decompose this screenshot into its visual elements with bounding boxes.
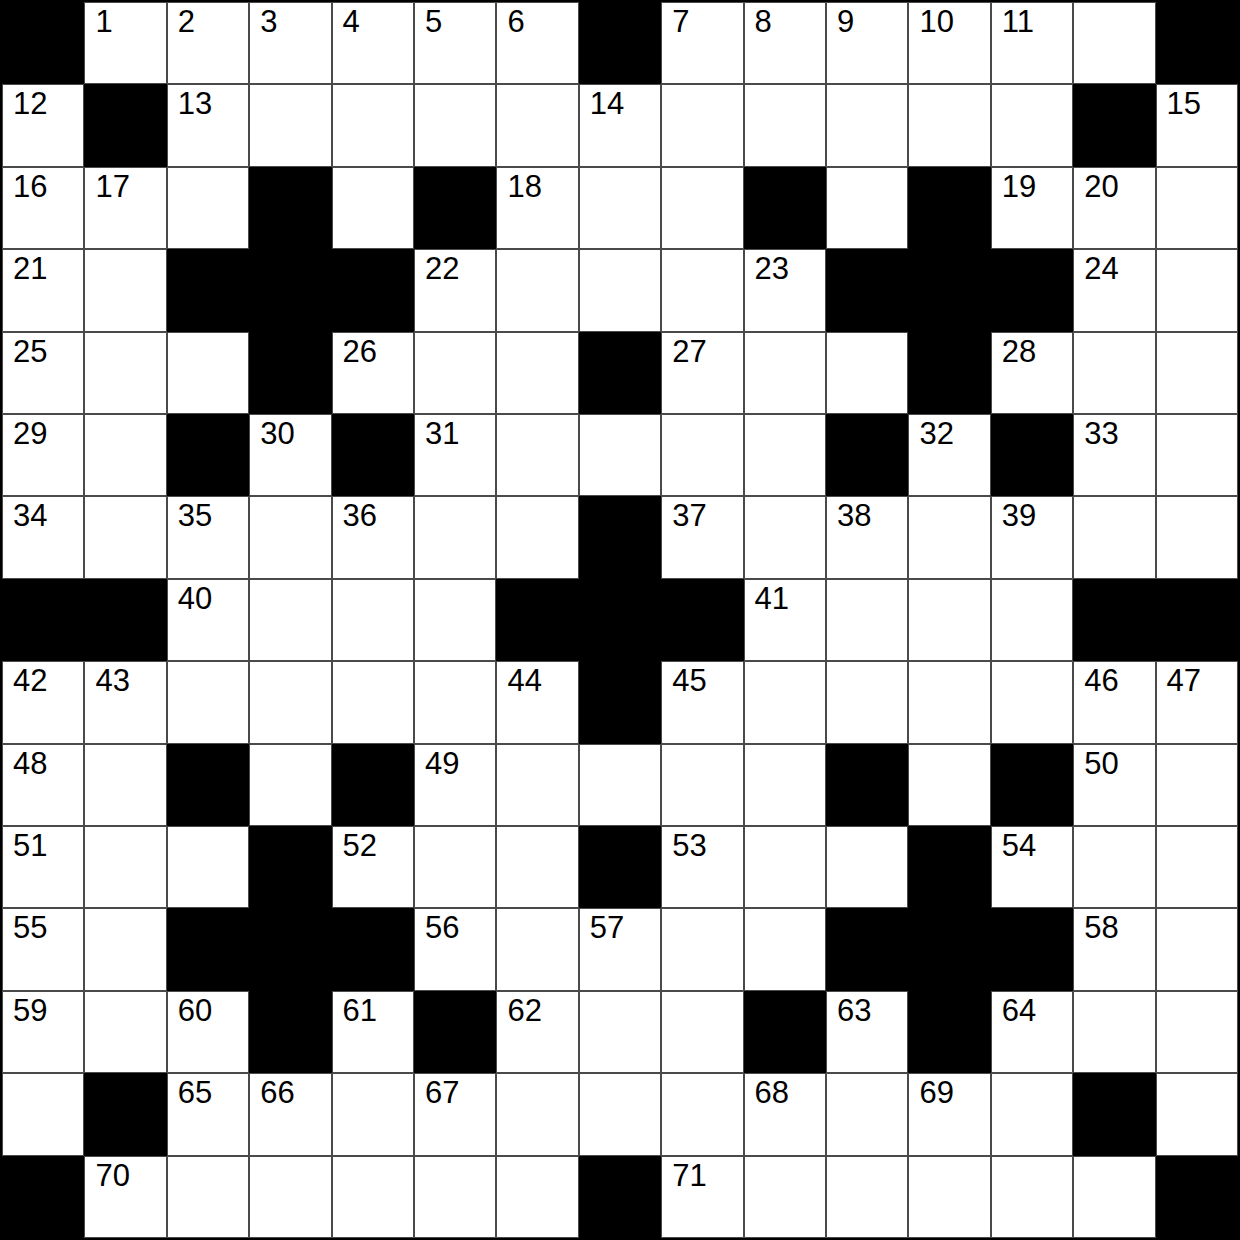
black-cell — [744, 167, 826, 249]
white-cell[interactable]: 38 — [826, 496, 908, 578]
clue-number: 52 — [343, 830, 377, 861]
black-cell — [332, 908, 414, 990]
white-cell[interactable] — [908, 661, 990, 743]
white-cell[interactable] — [496, 332, 578, 414]
clue-number: 42 — [13, 665, 47, 696]
white-cell[interactable]: 32 — [908, 414, 990, 496]
white-cell[interactable]: 17 — [84, 167, 166, 249]
white-cell[interactable] — [332, 1156, 414, 1238]
clue-number: 65 — [178, 1077, 212, 1108]
white-cell[interactable]: 33 — [1073, 414, 1155, 496]
black-cell — [414, 167, 496, 249]
black-cell — [1073, 84, 1155, 166]
white-cell[interactable] — [579, 1073, 661, 1155]
white-cell[interactable] — [496, 826, 578, 908]
black-cell — [249, 249, 331, 331]
white-cell[interactable]: 68 — [744, 1073, 826, 1155]
white-cell[interactable] — [332, 661, 414, 743]
white-cell[interactable] — [249, 496, 331, 578]
white-cell[interactable]: 14 — [579, 84, 661, 166]
clue-number: 27 — [672, 336, 706, 367]
white-cell[interactable]: 28 — [991, 332, 1073, 414]
white-cell[interactable]: 21 — [2, 249, 84, 331]
clue-number: 12 — [13, 88, 47, 119]
white-cell[interactable]: 15 — [1156, 84, 1238, 166]
white-cell[interactable]: 3 — [249, 2, 331, 84]
white-cell[interactable] — [991, 1073, 1073, 1155]
white-cell[interactable] — [332, 167, 414, 249]
white-cell[interactable]: 1 — [84, 2, 166, 84]
black-cell — [332, 744, 414, 826]
white-cell[interactable] — [84, 826, 166, 908]
white-cell[interactable] — [661, 744, 743, 826]
white-cell[interactable] — [249, 579, 331, 661]
white-cell[interactable]: 9 — [826, 2, 908, 84]
clue-number: 66 — [260, 1077, 294, 1108]
white-cell[interactable]: 36 — [332, 496, 414, 578]
white-cell[interactable] — [1156, 1073, 1238, 1155]
clue-number: 54 — [1002, 830, 1036, 861]
white-cell[interactable] — [744, 496, 826, 578]
white-cell[interactable] — [744, 414, 826, 496]
clue-number: 40 — [178, 583, 212, 614]
white-cell[interactable] — [496, 1156, 578, 1238]
white-cell[interactable] — [908, 1156, 990, 1238]
white-cell[interactable] — [496, 84, 578, 166]
black-cell — [908, 826, 990, 908]
black-cell — [167, 744, 249, 826]
white-cell[interactable]: 60 — [167, 991, 249, 1073]
clue-number: 21 — [13, 253, 47, 284]
white-cell[interactable] — [496, 1073, 578, 1155]
white-cell[interactable] — [826, 579, 908, 661]
clue-number: 1 — [95, 6, 112, 37]
clue-number: 34 — [13, 500, 47, 531]
white-cell[interactable] — [991, 84, 1073, 166]
clue-number: 61 — [343, 995, 377, 1026]
white-cell[interactable]: 12 — [2, 84, 84, 166]
black-cell — [1156, 579, 1238, 661]
white-cell[interactable] — [826, 1073, 908, 1155]
clue-number: 13 — [178, 88, 212, 119]
black-cell — [84, 579, 166, 661]
white-cell[interactable] — [661, 414, 743, 496]
white-cell[interactable] — [908, 744, 990, 826]
black-cell — [826, 744, 908, 826]
black-cell — [991, 414, 1073, 496]
black-cell — [249, 332, 331, 414]
white-cell[interactable] — [496, 908, 578, 990]
black-cell — [908, 249, 990, 331]
white-cell[interactable]: 23 — [744, 249, 826, 331]
clue-number: 35 — [178, 500, 212, 531]
white-cell[interactable] — [1156, 414, 1238, 496]
clue-number: 45 — [672, 665, 706, 696]
white-cell[interactable] — [84, 249, 166, 331]
white-cell[interactable] — [249, 661, 331, 743]
clue-number: 24 — [1084, 253, 1118, 284]
black-cell — [414, 991, 496, 1073]
white-cell[interactable] — [1156, 332, 1238, 414]
white-cell[interactable] — [826, 84, 908, 166]
white-cell[interactable]: 27 — [661, 332, 743, 414]
black-cell — [826, 249, 908, 331]
clue-number: 44 — [507, 665, 541, 696]
white-cell[interactable] — [496, 249, 578, 331]
white-cell[interactable]: 10 — [908, 2, 990, 84]
white-cell[interactable]: 11 — [991, 2, 1073, 84]
black-cell — [249, 991, 331, 1073]
crossword-grid: 1234567891011121314151617181920212223242… — [0, 0, 1240, 1240]
black-cell — [744, 991, 826, 1073]
white-cell[interactable]: 67 — [414, 1073, 496, 1155]
white-cell[interactable]: 42 — [2, 661, 84, 743]
white-cell[interactable]: 52 — [332, 826, 414, 908]
clue-number: 58 — [1084, 912, 1118, 943]
clue-number: 64 — [1002, 995, 1036, 1026]
clue-number: 55 — [13, 912, 47, 943]
white-cell[interactable] — [1156, 167, 1238, 249]
clue-number: 9 — [837, 6, 854, 37]
white-cell[interactable]: 20 — [1073, 167, 1155, 249]
white-cell[interactable]: 59 — [2, 991, 84, 1073]
white-cell[interactable] — [908, 579, 990, 661]
white-cell[interactable] — [744, 1156, 826, 1238]
white-cell[interactable] — [496, 414, 578, 496]
white-cell[interactable] — [84, 991, 166, 1073]
white-cell[interactable] — [1156, 744, 1238, 826]
black-cell — [249, 908, 331, 990]
clue-number: 37 — [672, 500, 706, 531]
white-cell[interactable] — [744, 332, 826, 414]
white-cell[interactable]: 8 — [744, 2, 826, 84]
white-cell[interactable]: 69 — [908, 1073, 990, 1155]
clue-number: 43 — [95, 665, 129, 696]
black-cell — [496, 579, 578, 661]
white-cell[interactable] — [744, 908, 826, 990]
white-cell[interactable] — [661, 167, 743, 249]
clue-number: 29 — [13, 418, 47, 449]
black-cell — [1073, 579, 1155, 661]
white-cell[interactable] — [1156, 991, 1238, 1073]
black-cell — [991, 249, 1073, 331]
clue-number: 48 — [13, 748, 47, 779]
clue-number: 31 — [425, 418, 459, 449]
clue-number: 5 — [425, 6, 442, 37]
white-cell[interactable] — [991, 661, 1073, 743]
clue-number: 67 — [425, 1077, 459, 1108]
clue-number: 51 — [13, 830, 47, 861]
white-cell[interactable] — [167, 826, 249, 908]
clue-number: 47 — [1167, 665, 1201, 696]
white-cell[interactable] — [167, 332, 249, 414]
clue-number: 46 — [1084, 665, 1118, 696]
clue-number: 57 — [590, 912, 624, 943]
clue-number: 18 — [507, 171, 541, 202]
black-cell — [167, 414, 249, 496]
white-cell[interactable]: 13 — [167, 84, 249, 166]
black-cell — [908, 991, 990, 1073]
white-cell[interactable] — [1073, 826, 1155, 908]
white-cell[interactable] — [414, 84, 496, 166]
white-cell[interactable] — [579, 991, 661, 1073]
white-cell[interactable]: 39 — [991, 496, 1073, 578]
clue-number: 19 — [1002, 171, 1036, 202]
black-cell — [579, 661, 661, 743]
clue-number: 33 — [1084, 418, 1118, 449]
white-cell[interactable]: 4 — [332, 2, 414, 84]
white-cell[interactable] — [826, 661, 908, 743]
white-cell[interactable]: 29 — [2, 414, 84, 496]
black-cell — [579, 826, 661, 908]
white-cell[interactable]: 24 — [1073, 249, 1155, 331]
white-cell[interactable] — [249, 84, 331, 166]
white-cell[interactable] — [249, 744, 331, 826]
white-cell[interactable]: 6 — [496, 2, 578, 84]
black-cell — [579, 579, 661, 661]
white-cell[interactable] — [661, 1073, 743, 1155]
white-cell[interactable] — [908, 496, 990, 578]
clue-number: 28 — [1002, 336, 1036, 367]
white-cell[interactable]: 49 — [414, 744, 496, 826]
white-cell[interactable]: 62 — [496, 991, 578, 1073]
white-cell[interactable] — [661, 991, 743, 1073]
clue-number: 38 — [837, 500, 871, 531]
white-cell[interactable] — [84, 414, 166, 496]
white-cell[interactable]: 30 — [249, 414, 331, 496]
white-cell[interactable]: 45 — [661, 661, 743, 743]
white-cell[interactable] — [167, 167, 249, 249]
white-cell[interactable]: 53 — [661, 826, 743, 908]
clue-number: 20 — [1084, 171, 1118, 202]
clue-number: 30 — [260, 418, 294, 449]
white-cell[interactable] — [1073, 1156, 1155, 1238]
clue-number: 6 — [507, 6, 524, 37]
black-cell — [332, 414, 414, 496]
clue-number: 71 — [672, 1160, 706, 1191]
clue-number: 32 — [919, 418, 953, 449]
white-cell[interactable] — [991, 1156, 1073, 1238]
clue-number: 36 — [343, 500, 377, 531]
white-cell[interactable] — [84, 908, 166, 990]
white-cell[interactable]: 7 — [661, 2, 743, 84]
white-cell[interactable] — [84, 332, 166, 414]
black-cell — [167, 249, 249, 331]
white-cell[interactable] — [744, 744, 826, 826]
black-cell — [2, 2, 84, 84]
white-cell[interactable]: 26 — [332, 332, 414, 414]
white-cell[interactable]: 61 — [332, 991, 414, 1073]
white-cell[interactable]: 43 — [84, 661, 166, 743]
black-cell — [661, 579, 743, 661]
clue-number: 3 — [260, 6, 277, 37]
black-cell — [167, 908, 249, 990]
clue-number: 60 — [178, 995, 212, 1026]
white-cell[interactable]: 63 — [826, 991, 908, 1073]
clue-number: 68 — [755, 1077, 789, 1108]
black-cell — [908, 167, 990, 249]
white-cell[interactable] — [908, 84, 990, 166]
clue-number: 56 — [425, 912, 459, 943]
clue-number: 4 — [343, 6, 360, 37]
black-cell — [1156, 1156, 1238, 1238]
white-cell[interactable]: 48 — [2, 744, 84, 826]
black-cell — [579, 1156, 661, 1238]
black-cell — [908, 908, 990, 990]
white-cell[interactable] — [826, 167, 908, 249]
white-cell[interactable]: 40 — [167, 579, 249, 661]
black-cell — [249, 167, 331, 249]
white-cell[interactable]: 46 — [1073, 661, 1155, 743]
white-cell[interactable] — [826, 1156, 908, 1238]
white-cell[interactable]: 57 — [579, 908, 661, 990]
white-cell[interactable] — [1073, 332, 1155, 414]
black-cell — [991, 908, 1073, 990]
white-cell[interactable] — [579, 249, 661, 331]
white-cell[interactable] — [579, 167, 661, 249]
white-cell[interactable] — [661, 249, 743, 331]
white-cell[interactable] — [249, 1156, 331, 1238]
clue-number: 22 — [425, 253, 459, 284]
white-cell[interactable]: 37 — [661, 496, 743, 578]
clue-number: 62 — [507, 995, 541, 1026]
clue-number: 49 — [425, 748, 459, 779]
white-cell[interactable]: 22 — [414, 249, 496, 331]
white-cell[interactable] — [167, 1156, 249, 1238]
black-cell — [579, 496, 661, 578]
white-cell[interactable] — [84, 496, 166, 578]
clue-number: 69 — [919, 1077, 953, 1108]
white-cell[interactable] — [1156, 826, 1238, 908]
white-cell[interactable]: 65 — [167, 1073, 249, 1155]
white-cell[interactable]: 56 — [414, 908, 496, 990]
black-cell — [826, 414, 908, 496]
white-cell[interactable]: 16 — [2, 167, 84, 249]
white-cell[interactable] — [414, 661, 496, 743]
black-cell — [579, 2, 661, 84]
white-cell[interactable] — [414, 579, 496, 661]
clue-number: 53 — [672, 830, 706, 861]
white-cell[interactable] — [496, 744, 578, 826]
white-cell[interactable] — [579, 744, 661, 826]
white-cell[interactable]: 70 — [84, 1156, 166, 1238]
clue-number: 8 — [755, 6, 772, 37]
white-cell[interactable]: 50 — [1073, 744, 1155, 826]
black-cell — [579, 332, 661, 414]
clue-number: 14 — [590, 88, 624, 119]
white-cell[interactable]: 18 — [496, 167, 578, 249]
white-cell[interactable] — [414, 826, 496, 908]
clue-number: 39 — [1002, 500, 1036, 531]
white-cell[interactable]: 71 — [661, 1156, 743, 1238]
white-cell[interactable] — [1073, 991, 1155, 1073]
white-cell[interactable]: 66 — [249, 1073, 331, 1155]
clue-number: 7 — [672, 6, 689, 37]
black-cell — [84, 1073, 166, 1155]
white-cell[interactable]: 58 — [1073, 908, 1155, 990]
black-cell — [991, 744, 1073, 826]
clue-number: 11 — [1002, 6, 1034, 37]
clue-number: 15 — [1167, 88, 1201, 119]
white-cell[interactable] — [1156, 496, 1238, 578]
black-cell — [2, 579, 84, 661]
white-cell[interactable] — [661, 908, 743, 990]
white-cell[interactable] — [826, 332, 908, 414]
clue-number: 17 — [95, 171, 129, 202]
white-cell[interactable]: 51 — [2, 826, 84, 908]
white-cell[interactable]: 54 — [991, 826, 1073, 908]
white-cell[interactable]: 64 — [991, 991, 1073, 1073]
black-cell — [908, 332, 990, 414]
white-cell[interactable] — [744, 826, 826, 908]
white-cell[interactable]: 31 — [414, 414, 496, 496]
white-cell[interactable] — [1073, 2, 1155, 84]
white-cell[interactable]: 35 — [167, 496, 249, 578]
white-cell[interactable] — [661, 84, 743, 166]
white-cell[interactable] — [496, 496, 578, 578]
white-cell[interactable] — [332, 579, 414, 661]
white-cell[interactable] — [991, 579, 1073, 661]
white-cell[interactable] — [2, 1073, 84, 1155]
white-cell[interactable]: 2 — [167, 2, 249, 84]
black-cell — [1156, 2, 1238, 84]
clue-number: 41 — [755, 583, 789, 614]
white-cell[interactable] — [1156, 249, 1238, 331]
white-cell[interactable] — [414, 496, 496, 578]
white-cell[interactable] — [826, 826, 908, 908]
clue-number: 63 — [837, 995, 871, 1026]
black-cell — [1073, 1073, 1155, 1155]
white-cell[interactable] — [414, 332, 496, 414]
black-cell — [826, 908, 908, 990]
black-cell — [84, 84, 166, 166]
white-cell[interactable]: 34 — [2, 496, 84, 578]
white-cell[interactable] — [744, 84, 826, 166]
white-cell[interactable]: 19 — [991, 167, 1073, 249]
clue-number: 26 — [343, 336, 377, 367]
clue-number: 25 — [13, 336, 47, 367]
white-cell[interactable]: 44 — [496, 661, 578, 743]
white-cell[interactable]: 55 — [2, 908, 84, 990]
clue-number: 10 — [919, 6, 953, 37]
white-cell[interactable]: 47 — [1156, 661, 1238, 743]
white-cell[interactable] — [332, 84, 414, 166]
clue-number: 16 — [13, 171, 47, 202]
clue-number: 2 — [178, 6, 195, 37]
clue-number: 50 — [1084, 748, 1118, 779]
clue-number: 70 — [95, 1160, 129, 1191]
clue-number: 23 — [755, 253, 789, 284]
white-cell[interactable] — [84, 744, 166, 826]
black-cell — [332, 249, 414, 331]
white-cell[interactable] — [167, 661, 249, 743]
white-cell[interactable]: 41 — [744, 579, 826, 661]
white-cell[interactable] — [744, 661, 826, 743]
white-cell[interactable]: 25 — [2, 332, 84, 414]
white-cell[interactable] — [1156, 908, 1238, 990]
white-cell[interactable] — [414, 1156, 496, 1238]
clue-number: 59 — [13, 995, 47, 1026]
white-cell[interactable] — [332, 1073, 414, 1155]
white-cell[interactable]: 5 — [414, 2, 496, 84]
white-cell[interactable] — [579, 414, 661, 496]
black-cell — [2, 1156, 84, 1238]
black-cell — [249, 826, 331, 908]
white-cell[interactable] — [1073, 496, 1155, 578]
